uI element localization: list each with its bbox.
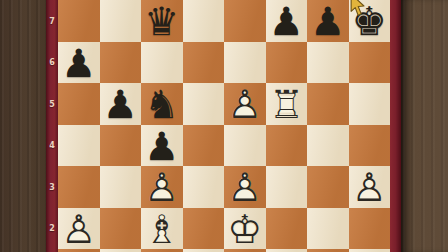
square-d2[interactable] <box>183 208 225 250</box>
white-pawn-fill: ♟ <box>141 167 183 209</box>
black-pawn[interactable]: ♟ <box>266 1 308 43</box>
square-a5[interactable] <box>58 83 100 125</box>
square-a6[interactable]: ♟ <box>58 42 100 84</box>
square-h5[interactable] <box>349 83 391 125</box>
square-g6[interactable] <box>307 42 349 84</box>
square-a4[interactable] <box>58 125 100 167</box>
square-c4[interactable]: ♟ <box>141 125 183 167</box>
square-d3[interactable] <box>183 166 225 208</box>
rank-label-5: 5 <box>46 99 58 108</box>
square-d6[interactable] <box>183 42 225 84</box>
white-pawn-fill: ♟ <box>349 167 391 209</box>
square-c5[interactable]: ♞ <box>141 83 183 125</box>
square-a7[interactable] <box>58 0 100 42</box>
square-f4[interactable] <box>266 125 308 167</box>
square-f2[interactable] <box>266 208 308 250</box>
white-king[interactable]: ♔ <box>224 209 266 251</box>
square-d5[interactable] <box>183 83 225 125</box>
black-pawn[interactable]: ♟ <box>100 84 142 126</box>
white-bishop[interactable]: ♗ <box>141 209 183 251</box>
rank-label-6: 6 <box>46 58 58 67</box>
square-h2[interactable] <box>349 208 391 250</box>
background-wood-right <box>401 0 448 252</box>
square-g5[interactable] <box>307 83 349 125</box>
square-c2[interactable]: ♝♗ <box>141 208 183 250</box>
white-pawn[interactable]: ♙ <box>58 209 100 251</box>
rank-label-3: 3 <box>46 182 58 191</box>
square-c6[interactable] <box>141 42 183 84</box>
white-pawn[interactable]: ♙ <box>224 167 266 209</box>
board-frame-left: 765432 <box>46 0 58 252</box>
rank-label-2: 2 <box>46 224 58 233</box>
square-b3[interactable] <box>100 166 142 208</box>
square-h6[interactable] <box>349 42 391 84</box>
square-b2[interactable] <box>100 208 142 250</box>
square-g2[interactable] <box>307 208 349 250</box>
square-e6[interactable] <box>224 42 266 84</box>
white-king-fill: ♚ <box>224 209 266 251</box>
chess-board: ♛♟♟♚♟♟♞♟♙♜♖♟♟♙♟♙♟♙♟♙♝♗♚♔ <box>58 0 390 252</box>
black-pawn[interactable]: ♟ <box>141 126 183 168</box>
rank-label-4: 4 <box>46 141 58 150</box>
square-f7[interactable]: ♟ <box>266 0 308 42</box>
white-rook[interactable]: ♖ <box>266 84 308 126</box>
square-e2[interactable]: ♚♔ <box>224 208 266 250</box>
square-h4[interactable] <box>349 125 391 167</box>
black-pawn[interactable]: ♟ <box>58 43 100 85</box>
black-knight[interactable]: ♞ <box>141 84 183 126</box>
square-d4[interactable] <box>183 125 225 167</box>
white-pawn-fill: ♟ <box>58 209 100 251</box>
black-pawn[interactable]: ♟ <box>307 1 349 43</box>
square-g4[interactable] <box>307 125 349 167</box>
square-e7[interactable] <box>224 0 266 42</box>
square-f6[interactable] <box>266 42 308 84</box>
square-h3[interactable]: ♟♙ <box>349 166 391 208</box>
square-e4[interactable] <box>224 125 266 167</box>
square-a2[interactable]: ♟♙ <box>58 208 100 250</box>
white-pawn[interactable]: ♙ <box>349 167 391 209</box>
white-pawn[interactable]: ♙ <box>141 167 183 209</box>
square-c3[interactable]: ♟♙ <box>141 166 183 208</box>
square-g3[interactable] <box>307 166 349 208</box>
square-b7[interactable] <box>100 0 142 42</box>
white-rook-fill: ♜ <box>266 84 308 126</box>
square-e5[interactable]: ♟♙ <box>224 83 266 125</box>
square-a3[interactable] <box>58 166 100 208</box>
chessboard-video-frame: 765432 ♛♟♟♚♟♟♞♟♙♜♖♟♟♙♟♙♟♙♟♙♝♗♚♔ <box>0 0 448 252</box>
square-c7[interactable]: ♛ <box>141 0 183 42</box>
square-f3[interactable] <box>266 166 308 208</box>
black-queen[interactable]: ♛ <box>141 1 183 43</box>
white-pawn-fill: ♟ <box>224 167 266 209</box>
rank-label-7: 7 <box>46 16 58 25</box>
background-wood-left <box>0 0 46 252</box>
square-g7[interactable]: ♟ <box>307 0 349 42</box>
square-b6[interactable] <box>100 42 142 84</box>
white-pawn-fill: ♟ <box>224 84 266 126</box>
white-bishop-fill: ♝ <box>141 209 183 251</box>
square-e3[interactable]: ♟♙ <box>224 166 266 208</box>
board-frame-right <box>390 0 401 252</box>
mouse-pointer-icon <box>350 0 366 18</box>
white-pawn[interactable]: ♙ <box>224 84 266 126</box>
square-b4[interactable] <box>100 125 142 167</box>
square-f5[interactable]: ♜♖ <box>266 83 308 125</box>
square-b5[interactable]: ♟ <box>100 83 142 125</box>
square-d7[interactable] <box>183 0 225 42</box>
